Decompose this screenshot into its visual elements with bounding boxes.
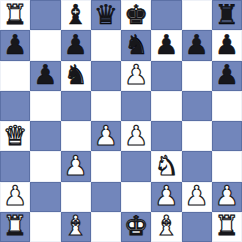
square-f3[interactable]: ♞: [151, 151, 181, 181]
square-g4[interactable]: [182, 121, 212, 151]
square-d7[interactable]: [91, 30, 121, 60]
square-d2[interactable]: [91, 182, 121, 212]
square-h6[interactable]: ♟: [212, 61, 242, 91]
square-d3[interactable]: [91, 151, 121, 181]
square-f8[interactable]: [151, 0, 181, 30]
square-c8[interactable]: ♝: [61, 0, 91, 30]
square-g8[interactable]: [182, 0, 212, 30]
square-d4[interactable]: ♟: [91, 121, 121, 151]
piece-black-pawn[interactable]: ♟: [61, 30, 91, 59]
square-d8[interactable]: ♛: [91, 0, 121, 30]
square-e4[interactable]: ♟: [121, 121, 151, 151]
piece-black-pawn[interactable]: ♟: [212, 61, 242, 90]
chess-board: ♜♝♛♚♜♟♟♞♟♟♟♟♞♟♟♛♟♟♟♞♟♟♟♟♜♝♚♝♜: [0, 0, 242, 242]
piece-white-queen[interactable]: ♛: [0, 121, 30, 150]
square-a3[interactable]: [0, 151, 30, 181]
square-c6[interactable]: ♞: [61, 61, 91, 91]
piece-white-rook[interactable]: ♜: [0, 212, 30, 241]
square-g1[interactable]: [182, 212, 212, 242]
square-b2[interactable]: [30, 182, 60, 212]
square-b4[interactable]: [30, 121, 60, 151]
piece-white-rook[interactable]: ♜: [0, 0, 30, 29]
square-a5[interactable]: [0, 91, 30, 121]
square-b7[interactable]: [30, 30, 60, 60]
square-f2[interactable]: ♟: [151, 182, 181, 212]
piece-white-rook[interactable]: ♜: [212, 212, 242, 241]
square-d6[interactable]: [91, 61, 121, 91]
square-h5[interactable]: [212, 91, 242, 121]
square-d1[interactable]: [91, 212, 121, 242]
piece-black-bishop[interactable]: ♝: [61, 0, 91, 29]
square-h4[interactable]: [212, 121, 242, 151]
piece-white-bishop[interactable]: ♝: [151, 212, 181, 241]
piece-white-pawn[interactable]: ♟: [121, 61, 151, 90]
square-h1[interactable]: ♜: [212, 212, 242, 242]
square-f6[interactable]: [151, 61, 181, 91]
square-g7[interactable]: ♟: [182, 30, 212, 60]
piece-white-king[interactable]: ♚: [121, 212, 151, 241]
square-f1[interactable]: ♝: [151, 212, 181, 242]
piece-black-queen[interactable]: ♛: [91, 0, 121, 29]
square-f5[interactable]: [151, 91, 181, 121]
piece-black-rook[interactable]: ♜: [212, 0, 242, 29]
piece-black-pawn[interactable]: ♟: [151, 30, 181, 59]
square-c7[interactable]: ♟: [61, 30, 91, 60]
square-e7[interactable]: ♞: [121, 30, 151, 60]
piece-white-pawn[interactable]: ♟: [121, 121, 151, 150]
square-b1[interactable]: [30, 212, 60, 242]
square-e5[interactable]: [121, 91, 151, 121]
square-h2[interactable]: ♟: [212, 182, 242, 212]
square-b6[interactable]: ♟: [30, 61, 60, 91]
square-c4[interactable]: [61, 121, 91, 151]
piece-white-pawn[interactable]: ♟: [151, 182, 181, 211]
square-a1[interactable]: ♜: [0, 212, 30, 242]
square-g6[interactable]: [182, 61, 212, 91]
square-e8[interactable]: ♚: [121, 0, 151, 30]
piece-black-knight[interactable]: ♞: [121, 30, 151, 59]
square-e3[interactable]: [121, 151, 151, 181]
piece-black-pawn[interactable]: ♟: [0, 30, 30, 59]
square-e1[interactable]: ♚: [121, 212, 151, 242]
square-a4[interactable]: ♛: [0, 121, 30, 151]
square-d5[interactable]: [91, 91, 121, 121]
piece-white-pawn[interactable]: ♟: [61, 151, 91, 180]
square-h7[interactable]: ♟: [212, 30, 242, 60]
square-e6[interactable]: ♟: [121, 61, 151, 91]
square-a7[interactable]: ♟: [0, 30, 30, 60]
piece-black-knight[interactable]: ♞: [61, 61, 91, 90]
piece-white-bishop[interactable]: ♝: [61, 212, 91, 241]
square-c5[interactable]: [61, 91, 91, 121]
piece-white-pawn[interactable]: ♟: [91, 121, 121, 150]
square-c3[interactable]: ♟: [61, 151, 91, 181]
square-f7[interactable]: ♟: [151, 30, 181, 60]
piece-white-pawn[interactable]: ♟: [0, 182, 30, 211]
piece-white-knight[interactable]: ♞: [151, 151, 181, 180]
piece-white-pawn[interactable]: ♟: [212, 182, 242, 211]
square-g5[interactable]: [182, 91, 212, 121]
square-a6[interactable]: [0, 61, 30, 91]
square-e2[interactable]: [121, 182, 151, 212]
square-a8[interactable]: ♜: [0, 0, 30, 30]
square-b3[interactable]: [30, 151, 60, 181]
piece-black-pawn[interactable]: ♟: [182, 30, 212, 59]
square-g3[interactable]: [182, 151, 212, 181]
square-h3[interactable]: [212, 151, 242, 181]
piece-black-king[interactable]: ♚: [121, 0, 151, 29]
piece-white-pawn[interactable]: ♟: [182, 182, 212, 211]
square-f4[interactable]: [151, 121, 181, 151]
piece-black-pawn[interactable]: ♟: [30, 61, 60, 90]
square-b5[interactable]: [30, 91, 60, 121]
piece-black-pawn[interactable]: ♟: [212, 30, 242, 59]
square-c2[interactable]: [61, 182, 91, 212]
square-g2[interactable]: ♟: [182, 182, 212, 212]
square-h8[interactable]: ♜: [212, 0, 242, 30]
square-c1[interactable]: ♝: [61, 212, 91, 242]
square-a2[interactable]: ♟: [0, 182, 30, 212]
square-b8[interactable]: [30, 0, 60, 30]
